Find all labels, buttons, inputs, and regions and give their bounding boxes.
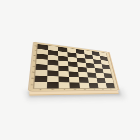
square-h1[interactable] (106, 83, 115, 88)
square-c1[interactable] (59, 82, 70, 88)
square-b1[interactable] (47, 82, 59, 88)
file-label-b: b (47, 88, 59, 90)
file-label-e: e (80, 88, 90, 90)
file-label-g: g (98, 88, 107, 90)
file-label-c: c (59, 88, 70, 90)
file-label-d: d (70, 88, 80, 90)
file-label-a: a (34, 88, 47, 91)
chessboard-grid (34, 44, 115, 88)
file-label-h: h (107, 88, 115, 90)
photo-backdrop: abcdefgh12345678 (0, 0, 140, 140)
file-label-f: f (90, 88, 99, 90)
square-a1[interactable] (34, 82, 47, 89)
square-d1[interactable] (69, 82, 80, 88)
